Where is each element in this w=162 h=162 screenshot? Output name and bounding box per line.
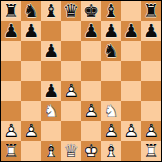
square-c6[interactable]: ♟: [41, 41, 61, 61]
square-a6[interactable]: [1, 41, 21, 61]
square-d7[interactable]: [61, 21, 81, 41]
piece-black-king: ♚: [81, 1, 101, 21]
square-b3[interactable]: [21, 101, 41, 121]
square-d4[interactable]: ♟♙: [61, 81, 81, 101]
piece-black-pawn: ♟: [1, 21, 21, 41]
piece-white-queen: ♛♕: [61, 141, 81, 161]
piece-white-knight: ♞♘: [101, 101, 121, 121]
piece-black-queen: ♛: [61, 1, 81, 21]
square-e5[interactable]: [81, 61, 101, 81]
square-g5[interactable]: [121, 61, 141, 81]
square-b8[interactable]: ♞: [21, 1, 41, 21]
piece-black-rook: ♜: [1, 1, 21, 21]
square-g6[interactable]: [121, 41, 141, 61]
square-g8[interactable]: [121, 1, 141, 21]
square-e6[interactable]: [81, 41, 101, 61]
square-g1[interactable]: [121, 141, 141, 161]
square-h1[interactable]: ♜♖: [141, 141, 161, 161]
square-a3[interactable]: [1, 101, 21, 121]
square-a5[interactable]: [1, 61, 21, 81]
square-a2[interactable]: ♟♙: [1, 121, 21, 141]
square-a4[interactable]: [1, 81, 21, 101]
square-a8[interactable]: ♜: [1, 1, 21, 21]
square-g3[interactable]: [121, 101, 141, 121]
piece-white-pawn: ♟♙: [61, 81, 81, 101]
piece-black-pawn: ♟: [141, 21, 161, 41]
square-d8[interactable]: ♛: [61, 1, 81, 21]
piece-white-rook: ♜♖: [141, 141, 161, 161]
square-e1[interactable]: ♚♔: [81, 141, 101, 161]
piece-black-pawn: ♟: [21, 21, 41, 41]
square-b6[interactable]: [21, 41, 41, 61]
square-a1[interactable]: ♜♖: [1, 141, 21, 161]
square-h6[interactable]: [141, 41, 161, 61]
square-d3[interactable]: [61, 101, 81, 121]
square-e4[interactable]: [81, 81, 101, 101]
piece-white-rook: ♜♖: [1, 141, 21, 161]
square-h3[interactable]: [141, 101, 161, 121]
square-f4[interactable]: [101, 81, 121, 101]
square-d5[interactable]: [61, 61, 81, 81]
square-c1[interactable]: ♝♗: [41, 141, 61, 161]
square-b7[interactable]: ♟: [21, 21, 41, 41]
square-e8[interactable]: ♚: [81, 1, 101, 21]
square-e2[interactable]: [81, 121, 101, 141]
square-h8[interactable]: ♜: [141, 1, 161, 21]
square-c2[interactable]: [41, 121, 61, 141]
square-c3[interactable]: ♞♘: [41, 101, 61, 121]
square-h4[interactable]: [141, 81, 161, 101]
piece-white-pawn: ♟♙: [101, 121, 121, 141]
square-b2[interactable]: ♟♙: [21, 121, 41, 141]
square-b4[interactable]: [21, 81, 41, 101]
piece-white-pawn: ♟♙: [81, 101, 101, 121]
piece-black-pawn: ♟: [81, 21, 101, 41]
square-a7[interactable]: ♟: [1, 21, 21, 41]
piece-white-pawn: ♟♙: [21, 121, 41, 141]
piece-white-king: ♚♔: [81, 141, 101, 161]
piece-white-bishop: ♝♗: [101, 141, 121, 161]
square-f7[interactable]: ♟: [101, 21, 121, 41]
piece-white-knight: ♞♘: [41, 101, 61, 121]
square-b1[interactable]: [21, 141, 41, 161]
piece-black-pawn: ♟: [41, 81, 61, 101]
piece-black-pawn: ♟: [101, 21, 121, 41]
square-e3[interactable]: ♟♙: [81, 101, 101, 121]
piece-black-pawn: ♟: [121, 21, 141, 41]
square-h2[interactable]: ♟♙: [141, 121, 161, 141]
square-g4[interactable]: [121, 81, 141, 101]
piece-white-pawn: ♟♙: [121, 121, 141, 141]
square-c4[interactable]: ♟: [41, 81, 61, 101]
square-h5[interactable]: [141, 61, 161, 81]
square-f1[interactable]: ♝♗: [101, 141, 121, 161]
square-f8[interactable]: ♝: [101, 1, 121, 21]
square-b5[interactable]: [21, 61, 41, 81]
piece-black-bishop: ♝: [101, 1, 121, 21]
chess-board: ♜♞♝♛♚♝♜♟♟♟♟♟♟♟♞♟♟♙♞♘♟♙♞♘♟♙♟♙♟♙♟♙♟♙♜♖♝♗♛♕…: [0, 0, 162, 162]
square-c5[interactable]: [41, 61, 61, 81]
piece-white-pawn: ♟♙: [1, 121, 21, 141]
square-f3[interactable]: ♞♘: [101, 101, 121, 121]
square-g2[interactable]: ♟♙: [121, 121, 141, 141]
piece-black-knight: ♞: [101, 41, 121, 61]
piece-white-bishop: ♝♗: [41, 141, 61, 161]
piece-black-bishop: ♝: [41, 1, 61, 21]
square-c8[interactable]: ♝: [41, 1, 61, 21]
square-c7[interactable]: [41, 21, 61, 41]
piece-white-pawn: ♟♙: [141, 121, 161, 141]
square-h7[interactable]: ♟: [141, 21, 161, 41]
square-d1[interactable]: ♛♕: [61, 141, 81, 161]
piece-black-rook: ♜: [141, 1, 161, 21]
square-f2[interactable]: ♟♙: [101, 121, 121, 141]
square-e7[interactable]: ♟: [81, 21, 101, 41]
square-d6[interactable]: [61, 41, 81, 61]
piece-black-pawn: ♟: [41, 41, 61, 61]
piece-black-knight: ♞: [21, 1, 41, 21]
square-f5[interactable]: [101, 61, 121, 81]
square-f6[interactable]: ♞: [101, 41, 121, 61]
square-g7[interactable]: ♟: [121, 21, 141, 41]
square-d2[interactable]: [61, 121, 81, 141]
